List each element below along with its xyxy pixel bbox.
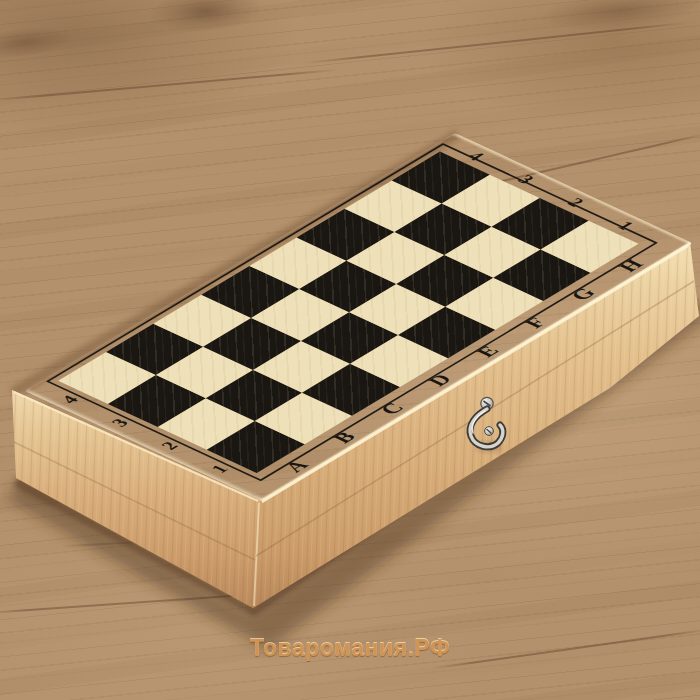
watermark-text: Товаромания.РФ bbox=[250, 635, 450, 662]
product-photo-scene: ABCDEFGH 4321 4321 Товаромания.РФ bbox=[0, 0, 700, 700]
file-label-e: E bbox=[470, 343, 505, 361]
file-label-f: F bbox=[519, 314, 553, 331]
file-label-b: B bbox=[327, 429, 362, 447]
